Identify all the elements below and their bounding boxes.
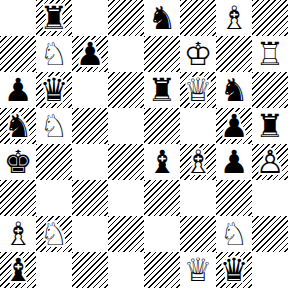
white-queen-piece: ♛♕	[180, 252, 216, 288]
square-f5[interactable]	[180, 108, 216, 144]
square-c4[interactable]	[72, 144, 108, 180]
square-b8[interactable]: ♜♜	[36, 0, 72, 36]
square-f4[interactable]: ♝♗	[180, 144, 216, 180]
square-d3[interactable]	[108, 180, 144, 216]
square-h6[interactable]	[252, 72, 288, 108]
piece-glyph: ♟	[72, 36, 108, 72]
square-a5[interactable]: ♞♞	[0, 108, 36, 144]
square-b1[interactable]	[36, 252, 72, 288]
piece-glyph: ♕	[180, 72, 216, 108]
piece-glyph: ♟	[216, 144, 252, 180]
piece-glyph: ♝	[0, 252, 36, 288]
black-pawn-piece: ♟♟	[216, 108, 252, 144]
piece-glyph: ♕	[180, 252, 216, 288]
piece-glyph: ♟	[216, 108, 252, 144]
square-h1[interactable]	[252, 252, 288, 288]
square-d6[interactable]	[108, 72, 144, 108]
black-pawn-piece: ♟♟	[216, 144, 252, 180]
square-h3[interactable]	[252, 180, 288, 216]
piece-glyph: ♟	[0, 72, 36, 108]
piece-glyph: ♖	[252, 36, 288, 72]
black-rook-piece: ♜♜	[144, 72, 180, 108]
square-a4[interactable]: ♚♚	[0, 144, 36, 180]
square-b5[interactable]: ♞♘	[36, 108, 72, 144]
piece-glyph: ♚	[0, 144, 36, 180]
black-queen-piece: ♛♛	[216, 252, 252, 288]
square-e4[interactable]: ♝♝	[144, 144, 180, 180]
white-bishop-piece: ♝♗	[180, 144, 216, 180]
black-pawn-piece: ♟♟	[0, 72, 36, 108]
piece-glyph: ♜	[144, 72, 180, 108]
square-c5[interactable]	[72, 108, 108, 144]
square-c8[interactable]	[72, 0, 108, 36]
square-c3[interactable]	[72, 180, 108, 216]
square-e7[interactable]	[144, 36, 180, 72]
square-g2[interactable]: ♞♘	[216, 216, 252, 252]
piece-glyph: ♗	[0, 216, 36, 252]
square-e1[interactable]	[144, 252, 180, 288]
piece-glyph: ♞	[216, 72, 252, 108]
black-bishop-piece: ♝♝	[144, 144, 180, 180]
square-a3[interactable]	[0, 180, 36, 216]
square-e2[interactable]	[144, 216, 180, 252]
square-h7[interactable]: ♜♖	[252, 36, 288, 72]
square-a6[interactable]: ♟♟	[0, 72, 36, 108]
piece-glyph: ♜	[36, 0, 72, 36]
square-h8[interactable]	[252, 0, 288, 36]
black-queen-piece: ♛♛	[36, 72, 72, 108]
piece-glyph: ♝	[144, 144, 180, 180]
square-g7[interactable]	[216, 36, 252, 72]
white-knight-piece: ♞♘	[36, 108, 72, 144]
square-f3[interactable]	[180, 180, 216, 216]
piece-glyph: ♞	[0, 108, 36, 144]
square-d7[interactable]	[108, 36, 144, 72]
white-knight-piece: ♞♘	[36, 216, 72, 252]
square-g6[interactable]: ♞♞	[216, 72, 252, 108]
square-c1[interactable]	[72, 252, 108, 288]
black-knight-piece: ♞♞	[144, 0, 180, 36]
black-rook-piece: ♜♜	[252, 108, 288, 144]
piece-glyph: ♘	[36, 216, 72, 252]
square-e3[interactable]	[144, 180, 180, 216]
square-a2[interactable]: ♝♗	[0, 216, 36, 252]
square-d8[interactable]	[108, 0, 144, 36]
square-e5[interactable]	[144, 108, 180, 144]
square-d2[interactable]	[108, 216, 144, 252]
square-g4[interactable]: ♟♟	[216, 144, 252, 180]
piece-glyph: ♛	[36, 72, 72, 108]
square-h4[interactable]: ♟♙	[252, 144, 288, 180]
white-knight-piece: ♞♘	[36, 36, 72, 72]
square-c7[interactable]: ♟♟	[72, 36, 108, 72]
square-h5[interactable]: ♜♜	[252, 108, 288, 144]
square-f2[interactable]	[180, 216, 216, 252]
piece-glyph: ♙	[252, 144, 288, 180]
square-f7[interactable]: ♚♔	[180, 36, 216, 72]
square-b3[interactable]	[36, 180, 72, 216]
square-f8[interactable]	[180, 0, 216, 36]
square-g3[interactable]	[216, 180, 252, 216]
square-h2[interactable]	[252, 216, 288, 252]
square-g8[interactable]: ♝♗	[216, 0, 252, 36]
square-c6[interactable]	[72, 72, 108, 108]
square-a8[interactable]	[0, 0, 36, 36]
piece-glyph: ♘	[36, 108, 72, 144]
square-f6[interactable]: ♛♕	[180, 72, 216, 108]
square-b7[interactable]: ♞♘	[36, 36, 72, 72]
piece-glyph: ♛	[216, 252, 252, 288]
piece-glyph: ♜	[252, 108, 288, 144]
piece-glyph: ♘	[216, 216, 252, 252]
black-pawn-piece: ♟♟	[72, 36, 108, 72]
piece-glyph: ♞	[144, 0, 180, 36]
white-rook-piece: ♜♖	[252, 36, 288, 72]
square-g5[interactable]: ♟♟	[216, 108, 252, 144]
white-pawn-piece: ♟♙	[252, 144, 288, 180]
white-bishop-piece: ♝♗	[216, 0, 252, 36]
piece-glyph: ♗	[180, 144, 216, 180]
square-e6[interactable]: ♜♜	[144, 72, 180, 108]
black-knight-piece: ♞♞	[0, 108, 36, 144]
square-f1[interactable]: ♛♕	[180, 252, 216, 288]
square-a1[interactable]: ♝♝	[0, 252, 36, 288]
square-b4[interactable]	[36, 144, 72, 180]
black-bishop-piece: ♝♝	[0, 252, 36, 288]
white-queen-piece: ♛♕	[180, 72, 216, 108]
black-rook-piece: ♜♜	[36, 0, 72, 36]
square-b2[interactable]: ♞♘	[36, 216, 72, 252]
square-d5[interactable]	[108, 108, 144, 144]
piece-glyph: ♗	[216, 0, 252, 36]
square-a7[interactable]	[0, 36, 36, 72]
black-knight-piece: ♞♞	[216, 72, 252, 108]
square-c2[interactable]	[72, 216, 108, 252]
square-g1[interactable]: ♛♛	[216, 252, 252, 288]
square-d1[interactable]	[108, 252, 144, 288]
white-knight-piece: ♞♘	[216, 216, 252, 252]
square-e8[interactable]: ♞♞	[144, 0, 180, 36]
black-king-piece: ♚♚	[0, 144, 36, 180]
piece-glyph: ♘	[36, 36, 72, 72]
piece-glyph: ♔	[180, 36, 216, 72]
white-king-piece: ♚♔	[180, 36, 216, 72]
white-bishop-piece: ♝♗	[0, 216, 36, 252]
chess-board: ♜♜♞♞♝♗♞♘♟♟♚♔♜♖♟♟♛♛♜♜♛♕♞♞♞♞♞♘♟♟♜♜♚♚♝♝♝♗♟♟…	[0, 0, 288, 288]
square-b6[interactable]: ♛♛	[36, 72, 72, 108]
square-d4[interactable]	[108, 144, 144, 180]
